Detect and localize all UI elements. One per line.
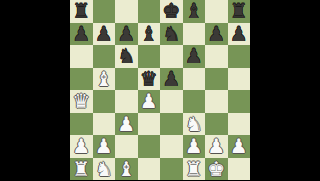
square-e7[interactable]: ♞ (160, 23, 183, 46)
square-b4[interactable] (93, 90, 116, 113)
piece-white-pawn[interactable]: ♟ (207, 136, 225, 156)
piece-black-pawn[interactable]: ♟ (95, 23, 113, 43)
square-g3[interactable] (205, 113, 228, 136)
piece-black-pawn[interactable]: ♟ (162, 68, 180, 88)
square-a1[interactable]: ♜ (70, 158, 93, 181)
square-d6[interactable] (138, 45, 161, 68)
square-g8[interactable] (205, 0, 228, 23)
letterbox-right (250, 0, 320, 180)
piece-white-king[interactable]: ♚ (207, 158, 225, 178)
square-e8[interactable]: ♚ (160, 0, 183, 23)
square-e6[interactable] (160, 45, 183, 68)
square-b3[interactable] (93, 113, 116, 136)
piece-white-pawn[interactable]: ♟ (185, 136, 203, 156)
square-h7[interactable]: ♟ (228, 23, 251, 46)
square-h8[interactable]: ♜ (228, 0, 251, 23)
square-d5[interactable]: ♛ (138, 68, 161, 91)
piece-black-pawn[interactable]: ♟ (185, 46, 203, 66)
square-c4[interactable] (115, 90, 138, 113)
square-e2[interactable] (160, 135, 183, 158)
square-d4[interactable]: ♟ (138, 90, 161, 113)
piece-black-king[interactable]: ♚ (162, 1, 180, 21)
piece-black-pawn[interactable]: ♟ (207, 23, 225, 43)
square-f2[interactable]: ♟ (183, 135, 206, 158)
square-g6[interactable] (205, 45, 228, 68)
piece-black-pawn[interactable]: ♟ (117, 23, 135, 43)
square-b8[interactable] (93, 0, 116, 23)
square-c3[interactable]: ♟ (115, 113, 138, 136)
square-a2[interactable]: ♟ (70, 135, 93, 158)
piece-white-rook[interactable]: ♜ (185, 158, 203, 178)
square-g7[interactable]: ♟ (205, 23, 228, 46)
piece-white-pawn[interactable]: ♟ (72, 136, 90, 156)
piece-black-knight[interactable]: ♞ (162, 23, 180, 43)
piece-white-bishop[interactable]: ♝ (95, 68, 113, 88)
square-g2[interactable]: ♟ (205, 135, 228, 158)
square-b2[interactable]: ♟ (93, 135, 116, 158)
square-d2[interactable] (138, 135, 161, 158)
square-a8[interactable]: ♜ (70, 0, 93, 23)
square-b7[interactable]: ♟ (93, 23, 116, 46)
square-g1[interactable]: ♚ (205, 158, 228, 181)
piece-white-rook[interactable]: ♜ (72, 158, 90, 178)
square-h4[interactable] (228, 90, 251, 113)
square-a6[interactable] (70, 45, 93, 68)
piece-white-knight[interactable]: ♞ (185, 113, 203, 133)
piece-white-queen[interactable]: ♛ (72, 91, 90, 111)
piece-white-pawn[interactable]: ♟ (95, 136, 113, 156)
piece-black-pawn[interactable]: ♟ (230, 23, 248, 43)
square-h6[interactable] (228, 45, 251, 68)
square-f5[interactable] (183, 68, 206, 91)
piece-black-pawn[interactable]: ♟ (72, 23, 90, 43)
square-b6[interactable] (93, 45, 116, 68)
square-g4[interactable] (205, 90, 228, 113)
square-f7[interactable] (183, 23, 206, 46)
square-e5[interactable]: ♟ (160, 68, 183, 91)
square-e4[interactable] (160, 90, 183, 113)
square-d7[interactable]: ♝ (138, 23, 161, 46)
piece-black-bishop[interactable]: ♝ (185, 1, 203, 21)
square-c8[interactable] (115, 0, 138, 23)
chess-app-viewport: ♜♚♝♜♟♟♟♝♞♟♟♞♟♝♛♟♛♟♟♞♟♟♟♟♟♜♞♝♜♚ (0, 0, 320, 180)
square-h1[interactable] (228, 158, 251, 181)
square-c5[interactable] (115, 68, 138, 91)
piece-black-queen[interactable]: ♛ (140, 68, 158, 88)
piece-white-pawn[interactable]: ♟ (230, 136, 248, 156)
square-c1[interactable]: ♝ (115, 158, 138, 181)
square-f3[interactable]: ♞ (183, 113, 206, 136)
piece-black-rook[interactable]: ♜ (230, 1, 248, 21)
piece-white-pawn[interactable]: ♟ (140, 91, 158, 111)
letterbox-left (0, 0, 70, 180)
square-e3[interactable] (160, 113, 183, 136)
square-h3[interactable] (228, 113, 251, 136)
square-b5[interactable]: ♝ (93, 68, 116, 91)
square-a7[interactable]: ♟ (70, 23, 93, 46)
square-h5[interactable] (228, 68, 251, 91)
chess-board[interactable]: ♜♚♝♜♟♟♟♝♞♟♟♞♟♝♛♟♛♟♟♞♟♟♟♟♟♜♞♝♜♚ (70, 0, 250, 180)
square-f1[interactable]: ♜ (183, 158, 206, 181)
piece-black-knight[interactable]: ♞ (117, 46, 135, 66)
square-d8[interactable] (138, 0, 161, 23)
piece-black-rook[interactable]: ♜ (72, 1, 90, 21)
square-d3[interactable] (138, 113, 161, 136)
square-f8[interactable]: ♝ (183, 0, 206, 23)
square-d1[interactable] (138, 158, 161, 181)
square-c7[interactable]: ♟ (115, 23, 138, 46)
square-a3[interactable] (70, 113, 93, 136)
piece-white-bishop[interactable]: ♝ (117, 158, 135, 178)
square-e1[interactable] (160, 158, 183, 181)
piece-white-pawn[interactable]: ♟ (117, 113, 135, 133)
square-g5[interactable] (205, 68, 228, 91)
square-f6[interactable]: ♟ (183, 45, 206, 68)
square-h2[interactable]: ♟ (228, 135, 251, 158)
square-f4[interactable] (183, 90, 206, 113)
square-a5[interactable] (70, 68, 93, 91)
square-c2[interactable] (115, 135, 138, 158)
square-c6[interactable]: ♞ (115, 45, 138, 68)
square-b1[interactable]: ♞ (93, 158, 116, 181)
square-a4[interactable]: ♛ (70, 90, 93, 113)
piece-black-bishop[interactable]: ♝ (140, 23, 158, 43)
piece-white-knight[interactable]: ♞ (95, 158, 113, 178)
